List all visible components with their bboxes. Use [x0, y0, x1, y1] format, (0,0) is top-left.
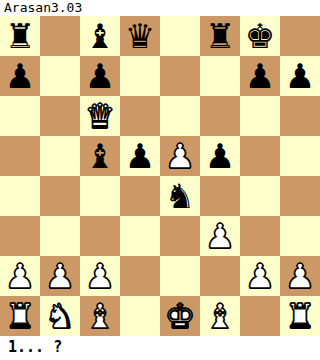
white-king-e1[interactable]: ♚	[165, 296, 195, 336]
square-d1[interactable]	[120, 296, 160, 336]
chess-app-window: Arasan3.03 ♜♝♛♜♚♟♟♟♟♛♝♟♟♟♞♟♟♟♟♟♟♜♞♝♚♝♜ 1…	[0, 0, 320, 360]
square-a7[interactable]: ♟	[0, 56, 40, 96]
square-e1[interactable]: ♚	[160, 296, 200, 336]
white-pawn-g2[interactable]: ♟	[245, 256, 275, 296]
square-d7[interactable]	[120, 56, 160, 96]
square-h7[interactable]: ♟	[280, 56, 320, 96]
square-g5[interactable]	[240, 136, 280, 176]
square-b5[interactable]	[40, 136, 80, 176]
square-e4[interactable]: ♞	[160, 176, 200, 216]
square-c8[interactable]: ♝	[80, 16, 120, 56]
square-f6[interactable]	[200, 96, 240, 136]
square-e6[interactable]	[160, 96, 200, 136]
square-a8[interactable]: ♜	[0, 16, 40, 56]
white-rook-h1[interactable]: ♜	[285, 296, 315, 336]
square-e2[interactable]	[160, 256, 200, 296]
white-bishop-f1[interactable]: ♝	[205, 296, 235, 336]
square-d3[interactable]	[120, 216, 160, 256]
square-a1[interactable]: ♜	[0, 296, 40, 336]
white-pawn-c2[interactable]: ♟	[85, 256, 115, 296]
square-e3[interactable]	[160, 216, 200, 256]
white-pawn-e5[interactable]: ♟	[165, 136, 195, 176]
square-b1[interactable]: ♞	[40, 296, 80, 336]
square-c6[interactable]: ♛	[80, 96, 120, 136]
square-c1[interactable]: ♝	[80, 296, 120, 336]
square-b2[interactable]: ♟	[40, 256, 80, 296]
black-bishop-c5[interactable]: ♝	[85, 136, 115, 176]
square-f2[interactable]	[200, 256, 240, 296]
square-h4[interactable]	[280, 176, 320, 216]
square-f1[interactable]: ♝	[200, 296, 240, 336]
chess-board: ♜♝♛♜♚♟♟♟♟♛♝♟♟♟♞♟♟♟♟♟♟♜♞♝♚♝♜	[0, 16, 320, 336]
black-pawn-f5[interactable]: ♟	[205, 136, 235, 176]
white-pawn-b2[interactable]: ♟	[45, 256, 75, 296]
white-bishop-c1[interactable]: ♝	[85, 296, 115, 336]
square-c2[interactable]: ♟	[80, 256, 120, 296]
white-knight-b1[interactable]: ♞	[45, 296, 75, 336]
black-rook-f8[interactable]: ♜	[205, 16, 235, 56]
square-c4[interactable]	[80, 176, 120, 216]
white-rook-a1[interactable]: ♜	[5, 296, 35, 336]
square-d8[interactable]: ♛	[120, 16, 160, 56]
square-b7[interactable]	[40, 56, 80, 96]
square-c3[interactable]	[80, 216, 120, 256]
square-d2[interactable]	[120, 256, 160, 296]
black-bishop-c8[interactable]: ♝	[85, 16, 115, 56]
square-e7[interactable]	[160, 56, 200, 96]
black-pawn-h7[interactable]: ♟	[285, 56, 315, 96]
square-h8[interactable]	[280, 16, 320, 56]
square-f3[interactable]: ♟	[200, 216, 240, 256]
square-h6[interactable]	[280, 96, 320, 136]
square-a3[interactable]	[0, 216, 40, 256]
square-b3[interactable]	[40, 216, 80, 256]
square-d6[interactable]	[120, 96, 160, 136]
square-a6[interactable]	[0, 96, 40, 136]
black-pawn-c7[interactable]: ♟	[85, 56, 115, 96]
black-queen-d8[interactable]: ♛	[125, 16, 155, 56]
square-g7[interactable]: ♟	[240, 56, 280, 96]
square-a2[interactable]: ♟	[0, 256, 40, 296]
square-g8[interactable]: ♚	[240, 16, 280, 56]
square-f8[interactable]: ♜	[200, 16, 240, 56]
white-pawn-h2[interactable]: ♟	[285, 256, 315, 296]
black-pawn-g7[interactable]: ♟	[245, 56, 275, 96]
square-h5[interactable]	[280, 136, 320, 176]
square-h3[interactable]	[280, 216, 320, 256]
move-prompt: 1... ?	[8, 338, 62, 356]
square-b4[interactable]	[40, 176, 80, 216]
square-c7[interactable]: ♟	[80, 56, 120, 96]
square-f7[interactable]	[200, 56, 240, 96]
status-bar: 1... ?	[0, 336, 320, 360]
square-f4[interactable]	[200, 176, 240, 216]
black-knight-e4[interactable]: ♞	[165, 176, 195, 216]
square-g3[interactable]	[240, 216, 280, 256]
square-e8[interactable]	[160, 16, 200, 56]
square-h2[interactable]: ♟	[280, 256, 320, 296]
white-pawn-f3[interactable]: ♟	[205, 216, 235, 256]
square-f5[interactable]: ♟	[200, 136, 240, 176]
square-g2[interactable]: ♟	[240, 256, 280, 296]
black-rook-a8[interactable]: ♜	[5, 16, 35, 56]
black-king-g8[interactable]: ♚	[245, 16, 275, 56]
square-a5[interactable]	[0, 136, 40, 176]
square-c5[interactable]: ♝	[80, 136, 120, 176]
square-g4[interactable]	[240, 176, 280, 216]
white-queen-c6[interactable]: ♛	[85, 96, 115, 136]
square-d5[interactable]: ♟	[120, 136, 160, 176]
square-b6[interactable]	[40, 96, 80, 136]
black-pawn-a7[interactable]: ♟	[5, 56, 35, 96]
window-title: Arasan3.03	[0, 0, 320, 16]
square-g6[interactable]	[240, 96, 280, 136]
square-d4[interactable]	[120, 176, 160, 216]
square-a4[interactable]	[0, 176, 40, 216]
square-b8[interactable]	[40, 16, 80, 56]
square-g1[interactable]	[240, 296, 280, 336]
black-pawn-d5[interactable]: ♟	[125, 136, 155, 176]
white-pawn-a2[interactable]: ♟	[5, 256, 35, 296]
square-h1[interactable]: ♜	[280, 296, 320, 336]
square-e5[interactable]: ♟	[160, 136, 200, 176]
